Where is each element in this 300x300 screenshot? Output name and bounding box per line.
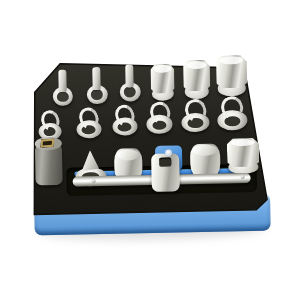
tool-row1-post-2 xyxy=(86,67,108,104)
tool-row1-hex-5 xyxy=(183,60,211,100)
square-drive-stud xyxy=(58,70,67,92)
tool-row3-hex-adapter xyxy=(227,138,260,175)
square-drive-stud xyxy=(125,64,134,87)
triangle-facet xyxy=(81,150,99,171)
tool-row1-post-1 xyxy=(52,70,73,106)
tool-row2-open-2 xyxy=(76,107,102,139)
tool-row2-open-6 xyxy=(217,96,248,131)
product-photo-socket-set xyxy=(0,0,300,300)
adapter-top-face xyxy=(193,144,218,155)
socket-opening xyxy=(57,91,68,102)
tool-row1-hex-4 xyxy=(150,63,175,100)
cap-highlight xyxy=(153,65,171,73)
head-square-hole xyxy=(159,158,171,167)
adapter-top-face xyxy=(116,149,139,160)
tool-row2-open-3 xyxy=(112,104,138,136)
tool-row2-open-4 xyxy=(146,102,173,135)
square-drive-stud xyxy=(92,67,101,90)
ball-detent xyxy=(241,175,245,179)
tool-row1-post-3 xyxy=(119,64,141,101)
ball-detent xyxy=(92,179,96,183)
tool-row2-open-5 xyxy=(181,99,210,133)
tool-row1-hex-6 xyxy=(216,55,248,97)
square-drive-hole xyxy=(41,139,55,148)
socket-set-tray xyxy=(0,0,300,300)
tool-row3-square-drive-socket xyxy=(34,137,62,186)
tool-row2-open-1 xyxy=(38,110,62,140)
